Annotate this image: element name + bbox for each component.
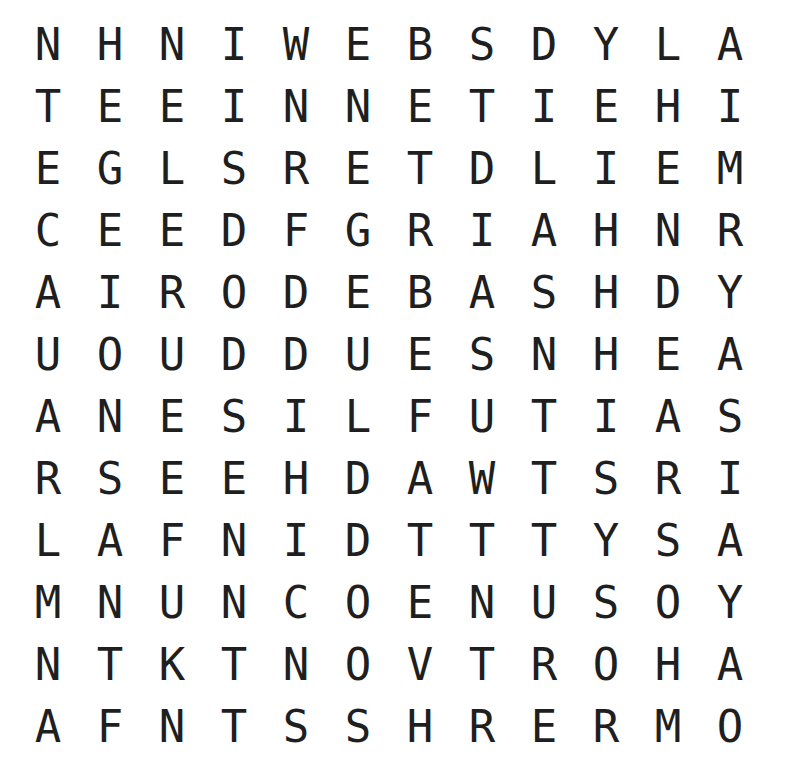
grid-cell[interactable]: H [79,14,141,76]
grid-cell[interactable]: T [513,448,575,510]
grid-cell[interactable]: B [389,14,451,76]
grid-cell[interactable]: H [575,200,637,262]
grid-cell[interactable]: N [141,696,203,758]
grid-cell[interactable]: N [265,76,327,138]
grid-cell[interactable]: K [141,634,203,696]
grid-cell[interactable]: E [327,138,389,200]
word-search-board: NHNIWEBSDYLATEEINNETIEHIEGLSRETDLIEMCEED… [0,0,800,775]
grid-cell[interactable]: E [141,386,203,448]
grid-cell[interactable]: I [203,14,265,76]
grid-cell[interactable]: E [79,76,141,138]
grid-cell[interactable]: S [575,448,637,510]
grid-cell[interactable]: D [265,324,327,386]
grid-cell[interactable]: T [389,138,451,200]
grid-cell[interactable]: N [79,572,141,634]
grid-cell[interactable]: S [575,572,637,634]
grid-cell[interactable]: D [637,262,699,324]
grid-cell[interactable]: F [79,696,141,758]
grid-cell[interactable]: R [389,200,451,262]
grid-cell[interactable]: F [141,510,203,572]
grid-cell[interactable]: O [575,634,637,696]
grid-cell[interactable]: A [79,510,141,572]
grid-cell[interactable]: C [265,572,327,634]
grid-cell[interactable]: E [17,138,79,200]
grid-cell[interactable]: H [575,262,637,324]
grid-cell[interactable]: T [17,76,79,138]
grid-cell[interactable]: N [637,200,699,262]
grid-cell[interactable]: I [575,386,637,448]
grid-cell[interactable]: U [141,572,203,634]
grid-cell[interactable]: S [79,448,141,510]
grid-cell[interactable]: M [17,572,79,634]
grid-cell[interactable]: E [575,76,637,138]
grid-cell[interactable]: T [513,386,575,448]
grid-cell[interactable]: T [203,634,265,696]
grid-cell[interactable]: S [203,386,265,448]
grid-cell[interactable]: Y [699,572,761,634]
grid-cell[interactable]: I [265,386,327,448]
grid-cell[interactable]: Y [575,14,637,76]
grid-cell[interactable]: T [451,76,513,138]
grid-cell[interactable]: R [17,448,79,510]
grid-cell[interactable]: S [203,138,265,200]
grid-cell[interactable]: E [637,138,699,200]
grid-cell[interactable]: R [451,696,513,758]
grid-cell[interactable]: E [327,14,389,76]
grid-cell[interactable]: T [389,510,451,572]
grid-cell[interactable]: U [141,324,203,386]
grid-cell[interactable]: U [451,386,513,448]
grid-cell[interactable]: T [513,510,575,572]
grid-cell[interactable]: N [17,14,79,76]
grid-cell[interactable]: I [699,76,761,138]
grid-cell[interactable]: A [699,324,761,386]
grid-cell[interactable]: W [451,448,513,510]
grid-cell[interactable]: A [17,386,79,448]
grid-cell[interactable]: T [203,696,265,758]
grid-cell[interactable]: D [265,262,327,324]
grid-cell[interactable]: A [389,448,451,510]
grid-cell[interactable]: D [451,138,513,200]
grid-cell[interactable]: L [17,510,79,572]
grid-cell[interactable]: H [575,324,637,386]
grid-cell[interactable]: M [699,138,761,200]
grid-cell[interactable]: L [141,138,203,200]
grid-cell[interactable]: R [513,634,575,696]
grid-cell[interactable]: D [203,324,265,386]
grid-cell[interactable]: T [451,634,513,696]
grid-cell[interactable]: H [637,76,699,138]
grid-cell[interactable]: R [575,696,637,758]
grid-cell[interactable]: T [79,634,141,696]
grid-cell[interactable]: E [141,200,203,262]
grid-cell[interactable]: N [79,386,141,448]
grid-cell[interactable]: L [513,138,575,200]
grid-cell[interactable]: W [265,14,327,76]
grid-cell[interactable]: O [327,572,389,634]
grid-cell[interactable]: N [327,76,389,138]
grid-cell[interactable]: S [699,386,761,448]
grid-cell[interactable]: S [327,696,389,758]
grid-cell[interactable]: E [513,696,575,758]
grid-cell[interactable]: N [451,572,513,634]
grid-cell[interactable]: A [513,200,575,262]
grid-cell[interactable]: V [389,634,451,696]
grid-cell[interactable]: S [451,14,513,76]
grid-cell[interactable]: A [17,262,79,324]
grid-cell[interactable]: O [637,572,699,634]
grid-cell[interactable]: M [637,696,699,758]
grid-cell[interactable]: S [513,262,575,324]
grid-cell[interactable]: O [79,324,141,386]
grid-cell[interactable]: I [79,262,141,324]
grid-cell[interactable]: Y [699,262,761,324]
grid-cell[interactable]: R [637,448,699,510]
grid-cell[interactable]: O [699,696,761,758]
grid-cell[interactable]: E [203,448,265,510]
grid-cell[interactable]: A [17,696,79,758]
grid-cell[interactable]: H [389,696,451,758]
grid-cell[interactable]: O [203,262,265,324]
grid-cell[interactable]: H [265,448,327,510]
grid-cell[interactable]: D [203,200,265,262]
grid-cell[interactable]: R [699,200,761,262]
grid-cell[interactable]: N [203,510,265,572]
grid-cell[interactable]: H [637,634,699,696]
grid-cell[interactable]: E [389,324,451,386]
grid-cell[interactable]: L [637,14,699,76]
grid-cell[interactable]: F [265,200,327,262]
grid-cell[interactable]: E [389,76,451,138]
grid-cell[interactable]: I [203,76,265,138]
grid-cell[interactable]: N [513,324,575,386]
grid-cell[interactable]: O [327,634,389,696]
grid-cell[interactable]: E [141,448,203,510]
grid-cell[interactable]: B [389,262,451,324]
grid-cell[interactable]: E [327,262,389,324]
grid-cell[interactable]: G [327,200,389,262]
grid-cell[interactable]: D [327,448,389,510]
grid-cell[interactable]: I [513,76,575,138]
grid-cell[interactable]: A [451,262,513,324]
grid-cell[interactable]: D [327,510,389,572]
grid-cell[interactable]: E [389,572,451,634]
grid-cell[interactable]: F [389,386,451,448]
grid-cell[interactable]: T [451,510,513,572]
grid-cell[interactable]: E [79,200,141,262]
letter-grid: NHNIWEBSDYLATEEINNETIEHIEGLSRETDLIEMCEED… [17,14,800,758]
grid-cell[interactable]: I [699,448,761,510]
grid-cell[interactable]: A [637,386,699,448]
grid-cell[interactable]: S [265,696,327,758]
grid-cell[interactable]: S [637,510,699,572]
grid-cell[interactable]: D [513,14,575,76]
grid-cell[interactable]: E [637,324,699,386]
grid-cell[interactable]: U [17,324,79,386]
grid-cell[interactable]: L [327,386,389,448]
grid-cell[interactable]: I [451,200,513,262]
grid-cell[interactable]: S [451,324,513,386]
grid-cell[interactable]: U [513,572,575,634]
grid-cell[interactable]: U [327,324,389,386]
grid-cell[interactable]: N [141,14,203,76]
grid-cell[interactable]: I [575,138,637,200]
grid-cell[interactable]: A [699,634,761,696]
grid-cell[interactable]: N [203,572,265,634]
grid-cell[interactable]: A [699,14,761,76]
grid-cell[interactable]: Y [575,510,637,572]
grid-cell[interactable]: R [265,138,327,200]
grid-cell[interactable]: N [265,634,327,696]
grid-cell[interactable]: N [17,634,79,696]
grid-cell[interactable]: A [699,510,761,572]
grid-cell[interactable]: R [141,262,203,324]
grid-cell[interactable]: I [265,510,327,572]
grid-cell[interactable]: E [141,76,203,138]
grid-cell[interactable]: C [17,200,79,262]
grid-cell[interactable]: G [79,138,141,200]
